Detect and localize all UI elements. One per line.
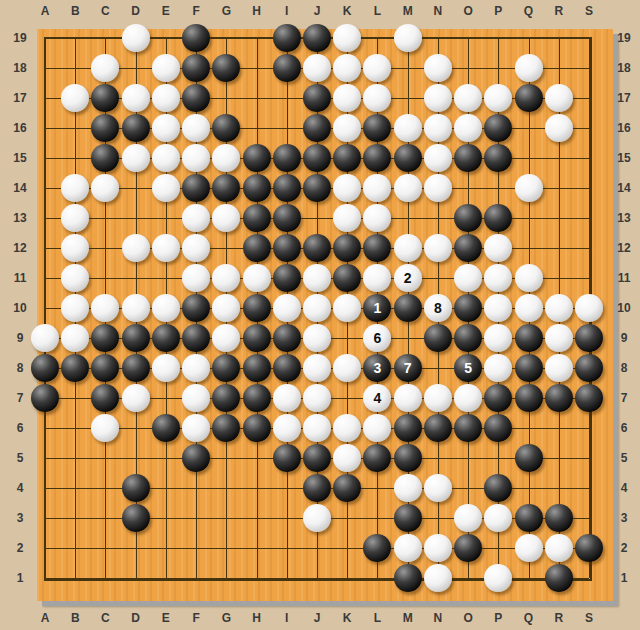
- coord-label-top: D: [131, 4, 140, 18]
- white-stone: [152, 234, 180, 262]
- black-stone: [515, 324, 543, 352]
- white-stone: [182, 384, 210, 412]
- white-stone: [152, 294, 180, 322]
- black-stone: [243, 384, 271, 412]
- move-number-label: 2: [404, 271, 412, 285]
- white-stone: [575, 294, 603, 322]
- coord-label-bottom: B: [71, 611, 80, 625]
- black-stone: [363, 144, 391, 172]
- white-stone: [333, 174, 361, 202]
- black-stone: [303, 234, 331, 262]
- black-stone: [243, 354, 271, 382]
- coord-label-top: F: [192, 4, 199, 18]
- white-stone: [212, 204, 240, 232]
- white-stone: [91, 414, 119, 442]
- go-diagram: 21863754 AABBCCDDEEFFGGHHIIJJKKLLMMNNOOP…: [0, 0, 640, 630]
- white-stone: [182, 264, 210, 292]
- black-stone: [91, 324, 119, 352]
- coord-label-left: 10: [13, 301, 26, 315]
- white-stone: [152, 84, 180, 112]
- coord-label-bottom: L: [374, 611, 381, 625]
- black-stone: [575, 324, 603, 352]
- white-stone: [484, 264, 512, 292]
- white-stone: [424, 144, 452, 172]
- black-stone: [273, 204, 301, 232]
- white-stone: [424, 564, 452, 592]
- coord-label-top: O: [463, 4, 472, 18]
- coord-label-bottom: H: [252, 611, 261, 625]
- black-stone: [515, 384, 543, 412]
- coord-label-bottom: J: [314, 611, 321, 625]
- black-stone: [484, 414, 512, 442]
- black-stone: [122, 474, 150, 502]
- coord-label-right: 1: [621, 571, 628, 585]
- black-stone: [243, 144, 271, 172]
- white-stone: [545, 84, 573, 112]
- white-stone: [545, 114, 573, 142]
- white-stone: [212, 264, 240, 292]
- white-stone: [424, 234, 452, 262]
- black-stone: [122, 114, 150, 142]
- black-stone: [91, 354, 119, 382]
- white-stone: [515, 294, 543, 322]
- white-stone: [484, 504, 512, 532]
- coord-label-right: 6: [621, 421, 628, 435]
- move-number-label: 7: [404, 361, 412, 375]
- move-number-label: 5: [464, 361, 472, 375]
- coord-label-top: I: [285, 4, 288, 18]
- black-stone: [212, 114, 240, 142]
- white-stone: [333, 84, 361, 112]
- white-stone: [454, 384, 482, 412]
- black-stone: [454, 534, 482, 562]
- coord-label-bottom: G: [222, 611, 231, 625]
- black-stone: [122, 324, 150, 352]
- white-stone: [363, 204, 391, 232]
- white-stone: [545, 354, 573, 382]
- black-stone: [31, 384, 59, 412]
- black-stone: [91, 384, 119, 412]
- coord-label-left: 14: [13, 181, 26, 195]
- white-stone: [454, 114, 482, 142]
- white-stone: 4: [363, 384, 391, 412]
- white-stone: [394, 474, 422, 502]
- white-stone: [122, 24, 150, 52]
- coord-label-bottom: C: [101, 611, 110, 625]
- coord-label-left: 9: [17, 331, 24, 345]
- white-stone: [303, 324, 331, 352]
- white-stone: [424, 54, 452, 82]
- coord-label-top: C: [101, 4, 110, 18]
- black-stone: [273, 24, 301, 52]
- white-stone: [91, 54, 119, 82]
- coord-label-right: 16: [617, 121, 630, 135]
- coord-label-top: M: [403, 4, 413, 18]
- white-stone: [182, 144, 210, 172]
- white-stone: [394, 384, 422, 412]
- black-stone: [515, 504, 543, 532]
- coord-label-bottom: M: [403, 611, 413, 625]
- white-stone: [303, 504, 331, 532]
- black-stone: [454, 294, 482, 322]
- white-stone: [61, 204, 89, 232]
- white-stone: [333, 414, 361, 442]
- white-stone: 2: [394, 264, 422, 292]
- coord-label-left: 13: [13, 211, 26, 225]
- black-stone: [303, 144, 331, 172]
- white-stone: [61, 84, 89, 112]
- black-stone: [484, 114, 512, 142]
- black-stone: [454, 414, 482, 442]
- coord-label-left: 15: [13, 151, 26, 165]
- black-stone: [243, 174, 271, 202]
- white-stone: [152, 114, 180, 142]
- coord-label-left: 5: [17, 451, 24, 465]
- coord-label-left: 6: [17, 421, 24, 435]
- coord-label-left: 1: [17, 571, 24, 585]
- coord-label-right: 11: [618, 271, 631, 285]
- move-number-label: 1: [374, 301, 382, 315]
- white-stone: [303, 414, 331, 442]
- white-stone: [484, 354, 512, 382]
- white-stone: [454, 504, 482, 532]
- black-stone: [91, 114, 119, 142]
- white-stone: [333, 54, 361, 82]
- coord-label-left: 18: [13, 61, 26, 75]
- black-stone: [122, 504, 150, 532]
- coord-label-top: E: [162, 4, 170, 18]
- white-stone: [61, 264, 89, 292]
- white-stone: [424, 384, 452, 412]
- white-stone: [363, 54, 391, 82]
- black-stone: [575, 384, 603, 412]
- black-stone: [394, 444, 422, 472]
- black-stone: [394, 564, 422, 592]
- white-stone: [363, 414, 391, 442]
- black-stone: [484, 384, 512, 412]
- coord-label-left: 7: [17, 391, 24, 405]
- coord-label-right: 2: [621, 541, 628, 555]
- move-number-label: 8: [434, 301, 442, 315]
- white-stone: [424, 534, 452, 562]
- white-stone: [363, 84, 391, 112]
- black-stone: [394, 504, 422, 532]
- black-stone: [91, 144, 119, 172]
- coord-label-right: 9: [621, 331, 628, 345]
- black-stone: [273, 174, 301, 202]
- white-stone: [484, 84, 512, 112]
- coord-label-right: 4: [621, 481, 628, 495]
- white-stone: [515, 174, 543, 202]
- black-stone: [545, 384, 573, 412]
- black-stone: [243, 294, 271, 322]
- coord-label-top: H: [252, 4, 261, 18]
- black-stone: [273, 234, 301, 262]
- white-stone: [545, 294, 573, 322]
- black-stone: [333, 234, 361, 262]
- black-stone: [243, 234, 271, 262]
- black-stone: [212, 54, 240, 82]
- coord-label-right: 18: [617, 61, 630, 75]
- black-stone: 1: [363, 294, 391, 322]
- move-number-label: 3: [374, 361, 382, 375]
- coord-label-bottom: O: [463, 611, 472, 625]
- black-stone: [243, 204, 271, 232]
- black-stone: [212, 174, 240, 202]
- coord-label-left: 3: [17, 511, 24, 525]
- black-stone: [273, 324, 301, 352]
- white-stone: [545, 324, 573, 352]
- black-stone: [363, 444, 391, 472]
- black-stone: [31, 354, 59, 382]
- black-stone: [363, 234, 391, 262]
- coord-label-right: 10: [617, 301, 630, 315]
- coord-label-bottom: Q: [524, 611, 533, 625]
- coord-label-top: S: [585, 4, 593, 18]
- white-stone: [122, 384, 150, 412]
- black-stone: [424, 414, 452, 442]
- coord-label-top: R: [554, 4, 563, 18]
- white-stone: [122, 294, 150, 322]
- white-stone: [152, 174, 180, 202]
- white-stone: [333, 294, 361, 322]
- coord-label-bottom: R: [554, 611, 563, 625]
- coord-label-left: 4: [17, 481, 24, 495]
- white-stone: [303, 54, 331, 82]
- coord-label-top: Q: [524, 4, 533, 18]
- coord-label-bottom: P: [494, 611, 502, 625]
- black-stone: [212, 354, 240, 382]
- white-stone: [484, 324, 512, 352]
- white-stone: [243, 264, 271, 292]
- move-number-label: 4: [374, 391, 382, 405]
- black-stone: [303, 24, 331, 52]
- move-number-label: 6: [374, 331, 382, 345]
- black-stone: 7: [394, 354, 422, 382]
- white-stone: [515, 54, 543, 82]
- white-stone: [545, 534, 573, 562]
- white-stone: [394, 174, 422, 202]
- white-stone: [454, 84, 482, 112]
- black-stone: [333, 264, 361, 292]
- white-stone: [333, 114, 361, 142]
- white-stone: 6: [363, 324, 391, 352]
- coord-label-left: 16: [13, 121, 26, 135]
- coord-label-right: 12: [617, 241, 630, 255]
- black-stone: [152, 414, 180, 442]
- coord-label-right: 14: [617, 181, 630, 195]
- white-stone: [484, 234, 512, 262]
- coord-label-left: 12: [13, 241, 26, 255]
- coord-label-top: A: [41, 4, 50, 18]
- black-stone: [484, 204, 512, 232]
- black-stone: [545, 564, 573, 592]
- coord-label-top: P: [494, 4, 502, 18]
- coord-label-top: J: [314, 4, 321, 18]
- black-stone: [454, 234, 482, 262]
- coord-label-bottom: S: [585, 611, 593, 625]
- black-stone: [303, 84, 331, 112]
- black-stone: [273, 444, 301, 472]
- coord-label-top: B: [71, 4, 80, 18]
- white-stone: [182, 114, 210, 142]
- black-stone: [303, 174, 331, 202]
- white-stone: [394, 114, 422, 142]
- black-stone: [303, 474, 331, 502]
- go-board[interactable]: 21863754: [37, 29, 613, 601]
- coord-label-left: 17: [13, 91, 26, 105]
- white-stone: [212, 144, 240, 172]
- coord-label-bottom: D: [131, 611, 140, 625]
- white-stone: [61, 294, 89, 322]
- coord-label-bottom: I: [285, 611, 288, 625]
- white-stone: [122, 84, 150, 112]
- coord-label-bottom: K: [343, 611, 352, 625]
- white-stone: [333, 204, 361, 232]
- white-stone: [152, 54, 180, 82]
- black-stone: [424, 324, 452, 352]
- black-stone: [212, 384, 240, 412]
- coord-label-right: 19: [617, 31, 630, 45]
- black-stone: [515, 354, 543, 382]
- coord-label-right: 15: [617, 151, 630, 165]
- white-stone: [424, 84, 452, 112]
- white-stone: [91, 294, 119, 322]
- grid-line: [45, 548, 589, 549]
- coord-label-top: K: [343, 4, 352, 18]
- coord-label-top: G: [222, 4, 231, 18]
- coord-label-top: L: [374, 4, 381, 18]
- black-stone: [394, 414, 422, 442]
- black-stone: [182, 84, 210, 112]
- white-stone: [303, 384, 331, 412]
- black-stone: [484, 474, 512, 502]
- white-stone: [61, 234, 89, 262]
- black-stone: [61, 354, 89, 382]
- white-stone: [333, 444, 361, 472]
- black-stone: [333, 144, 361, 172]
- white-stone: [394, 534, 422, 562]
- coord-label-left: 11: [14, 271, 27, 285]
- white-stone: [212, 294, 240, 322]
- white-stone: [212, 324, 240, 352]
- black-stone: [515, 444, 543, 472]
- white-stone: [333, 24, 361, 52]
- white-stone: [61, 324, 89, 352]
- white-stone: [303, 264, 331, 292]
- black-stone: [273, 264, 301, 292]
- white-stone: [122, 144, 150, 172]
- white-stone: [152, 144, 180, 172]
- white-stone: [424, 114, 452, 142]
- white-stone: [515, 264, 543, 292]
- coord-label-left: 2: [17, 541, 24, 555]
- black-stone: 3: [363, 354, 391, 382]
- white-stone: [152, 354, 180, 382]
- black-stone: [454, 144, 482, 172]
- black-stone: [182, 444, 210, 472]
- white-stone: [303, 294, 331, 322]
- white-stone: [122, 234, 150, 262]
- black-stone: [182, 294, 210, 322]
- white-stone: [333, 354, 361, 382]
- black-stone: [212, 414, 240, 442]
- white-stone: [182, 414, 210, 442]
- white-stone: [61, 174, 89, 202]
- white-stone: [273, 414, 301, 442]
- white-stone: 8: [424, 294, 452, 322]
- coord-label-right: 17: [617, 91, 630, 105]
- black-stone: [575, 534, 603, 562]
- black-stone: [273, 354, 301, 382]
- coord-label-left: 19: [13, 31, 26, 45]
- white-stone: [91, 174, 119, 202]
- black-stone: [243, 414, 271, 442]
- coord-label-right: 3: [621, 511, 628, 525]
- black-stone: [394, 144, 422, 172]
- black-stone: [545, 504, 573, 532]
- black-stone: [394, 294, 422, 322]
- black-stone: [182, 324, 210, 352]
- white-stone: [394, 234, 422, 262]
- black-stone: [454, 204, 482, 232]
- black-stone: 5: [454, 354, 482, 382]
- black-stone: [484, 144, 512, 172]
- white-stone: [363, 264, 391, 292]
- black-stone: [454, 324, 482, 352]
- coord-label-bottom: E: [162, 611, 170, 625]
- white-stone: [182, 204, 210, 232]
- black-stone: [122, 354, 150, 382]
- coord-label-right: 13: [617, 211, 630, 225]
- coord-label-right: 5: [621, 451, 628, 465]
- white-stone: [273, 384, 301, 412]
- black-stone: [363, 114, 391, 142]
- white-stone: [454, 264, 482, 292]
- white-stone: [484, 294, 512, 322]
- black-stone: [515, 84, 543, 112]
- black-stone: [575, 354, 603, 382]
- coord-label-left: 8: [17, 361, 24, 375]
- black-stone: [243, 324, 271, 352]
- black-stone: [91, 84, 119, 112]
- coord-label-bottom: A: [41, 611, 50, 625]
- white-stone: [394, 24, 422, 52]
- black-stone: [273, 54, 301, 82]
- black-stone: [182, 54, 210, 82]
- white-stone: [424, 474, 452, 502]
- white-stone: [182, 354, 210, 382]
- white-stone: [424, 174, 452, 202]
- coord-label-bottom: F: [192, 611, 199, 625]
- white-stone: [363, 174, 391, 202]
- black-stone: [363, 534, 391, 562]
- coord-label-right: 7: [621, 391, 628, 405]
- coord-label-top: N: [434, 4, 443, 18]
- white-stone: [31, 324, 59, 352]
- white-stone: [182, 234, 210, 262]
- coord-label-right: 8: [621, 361, 628, 375]
- black-stone: [273, 144, 301, 172]
- coord-label-bottom: N: [434, 611, 443, 625]
- black-stone: [182, 174, 210, 202]
- black-stone: [333, 474, 361, 502]
- black-stone: [303, 114, 331, 142]
- white-stone: [515, 534, 543, 562]
- white-stone: [484, 564, 512, 592]
- black-stone: [182, 24, 210, 52]
- black-stone: [303, 444, 331, 472]
